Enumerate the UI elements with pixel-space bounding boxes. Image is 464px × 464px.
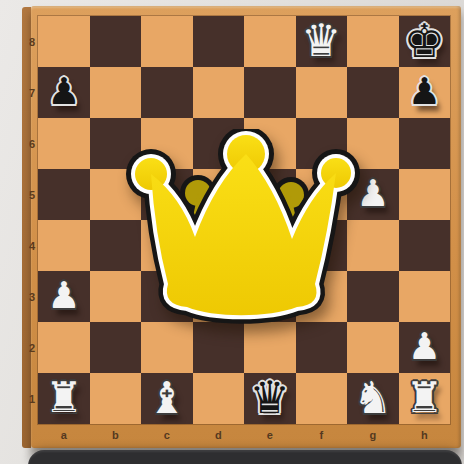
square-d7[interactable] xyxy=(193,67,245,118)
rank-label-6: 6 xyxy=(26,118,38,169)
square-f2[interactable] xyxy=(296,322,348,373)
square-a7[interactable]: ♟ xyxy=(38,67,90,118)
piece-white-queen-f8[interactable]: ♛ xyxy=(301,18,341,63)
square-e1[interactable]: ♛ xyxy=(244,373,296,424)
square-c4[interactable] xyxy=(141,220,193,271)
piece-white-bishop-c1[interactable]: ♝ xyxy=(147,376,186,420)
piece-black-queen-e1[interactable]: ♛ xyxy=(250,375,290,420)
square-b6[interactable] xyxy=(90,118,142,169)
file-label-d: d xyxy=(193,425,245,445)
rank-label-3: 3 xyxy=(26,271,38,322)
square-e7[interactable] xyxy=(244,67,296,118)
square-a3[interactable]: ♟ xyxy=(38,271,90,322)
square-h3[interactable] xyxy=(399,271,451,322)
file-label-h: h xyxy=(399,425,451,445)
square-d1[interactable] xyxy=(193,373,245,424)
square-h1[interactable]: ♜ xyxy=(399,373,451,424)
rank-labels: 87654321 xyxy=(26,16,38,424)
square-f5[interactable] xyxy=(296,169,348,220)
square-g5[interactable]: ♟ xyxy=(347,169,399,220)
square-g3[interactable] xyxy=(347,271,399,322)
file-label-g: g xyxy=(347,425,399,445)
file-label-b: b xyxy=(90,425,142,445)
square-a4[interactable] xyxy=(38,220,90,271)
square-c7[interactable] xyxy=(141,67,193,118)
square-h7[interactable]: ♟ xyxy=(399,67,451,118)
square-a5[interactable] xyxy=(38,169,90,220)
square-b3[interactable] xyxy=(90,271,142,322)
square-e2[interactable] xyxy=(244,322,296,373)
square-b7[interactable] xyxy=(90,67,142,118)
rank-label-5: 5 xyxy=(26,169,38,220)
square-c5[interactable] xyxy=(141,169,193,220)
square-d2[interactable] xyxy=(193,322,245,373)
square-d8[interactable] xyxy=(193,16,245,67)
square-e8[interactable] xyxy=(244,16,296,67)
piece-white-pawn-h2[interactable]: ♟ xyxy=(408,328,441,365)
square-h6[interactable] xyxy=(399,118,451,169)
file-label-a: a xyxy=(38,425,90,445)
square-d5[interactable] xyxy=(193,169,245,220)
square-c2[interactable] xyxy=(141,322,193,373)
square-e6[interactable] xyxy=(244,118,296,169)
square-e5[interactable] xyxy=(244,169,296,220)
square-f4[interactable] xyxy=(296,220,348,271)
square-h2[interactable]: ♟ xyxy=(399,322,451,373)
square-h5[interactable] xyxy=(399,169,451,220)
square-g7[interactable] xyxy=(347,67,399,118)
square-b4[interactable] xyxy=(90,220,142,271)
piece-white-knight-g1[interactable]: ♞ xyxy=(353,376,392,420)
square-a2[interactable] xyxy=(38,322,90,373)
rank-label-7: 7 xyxy=(26,67,38,118)
square-c8[interactable] xyxy=(141,16,193,67)
file-label-f: f xyxy=(296,425,348,445)
square-e3[interactable] xyxy=(244,271,296,322)
square-f1[interactable] xyxy=(296,373,348,424)
piece-white-rook-a1[interactable]: ♜ xyxy=(45,377,83,419)
square-b5[interactable] xyxy=(90,169,142,220)
file-label-e: e xyxy=(244,425,296,445)
file-label-c: c xyxy=(141,425,193,445)
square-g2[interactable] xyxy=(347,322,399,373)
square-c6[interactable] xyxy=(141,118,193,169)
piece-white-rook-h1[interactable]: ♜ xyxy=(405,377,443,419)
square-h4[interactable] xyxy=(399,220,451,271)
rank-label-4: 4 xyxy=(26,220,38,271)
rank-label-1: 1 xyxy=(26,373,38,424)
square-g6[interactable] xyxy=(347,118,399,169)
piece-black-pawn-a7[interactable]: ♟ xyxy=(47,73,80,110)
square-g1[interactable]: ♞ xyxy=(347,373,399,424)
app-background: 87654321 abcdefgh ♛♚♟♟♟♟♟♜♝♛♞♜ xyxy=(0,0,464,464)
bottom-sheet[interactable] xyxy=(28,450,462,464)
square-a1[interactable]: ♜ xyxy=(38,373,90,424)
rank-label-2: 2 xyxy=(26,322,38,373)
piece-black-king-h8[interactable]: ♚ xyxy=(404,18,445,64)
square-g4[interactable] xyxy=(347,220,399,271)
rank-label-8: 8 xyxy=(26,16,38,67)
square-b1[interactable] xyxy=(90,373,142,424)
square-d6[interactable] xyxy=(193,118,245,169)
piece-white-pawn-a3[interactable]: ♟ xyxy=(47,277,80,314)
piece-white-pawn-g5[interactable]: ♟ xyxy=(356,175,389,212)
square-a8[interactable] xyxy=(38,16,90,67)
square-f7[interactable] xyxy=(296,67,348,118)
piece-black-pawn-h7[interactable]: ♟ xyxy=(408,73,441,110)
square-c1[interactable]: ♝ xyxy=(141,373,193,424)
square-f6[interactable] xyxy=(296,118,348,169)
square-e4[interactable] xyxy=(244,220,296,271)
square-h8[interactable]: ♚ xyxy=(399,16,451,67)
square-a6[interactable] xyxy=(38,118,90,169)
square-b8[interactable] xyxy=(90,16,142,67)
square-c3[interactable] xyxy=(141,271,193,322)
board-grid: ♛♚♟♟♟♟♟♜♝♛♞♜ xyxy=(38,16,450,424)
square-d4[interactable] xyxy=(193,220,245,271)
square-g8[interactable] xyxy=(347,16,399,67)
square-f8[interactable]: ♛ xyxy=(296,16,348,67)
square-b2[interactable] xyxy=(90,322,142,373)
square-f3[interactable] xyxy=(296,271,348,322)
file-labels: abcdefgh xyxy=(38,425,450,445)
square-d3[interactable] xyxy=(193,271,245,322)
